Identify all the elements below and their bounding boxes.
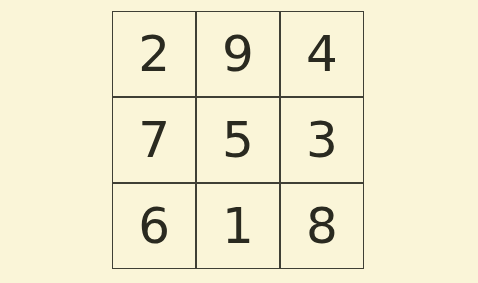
cell-r2c3: 3: [281, 98, 363, 182]
cell-r1c3: 4: [281, 12, 363, 96]
cell-r2c1: 7: [113, 98, 195, 182]
cell-r2c2: 5: [197, 98, 279, 182]
cell-r3c3: 8: [281, 184, 363, 268]
cell-r1c1: 2: [113, 12, 195, 96]
cell-r1c2: 9: [197, 12, 279, 96]
cell-r3c1: 6: [113, 184, 195, 268]
magic-square-grid: 2 9 4 7 5 3 6 1 8: [112, 11, 364, 269]
cell-r3c2: 1: [197, 184, 279, 268]
